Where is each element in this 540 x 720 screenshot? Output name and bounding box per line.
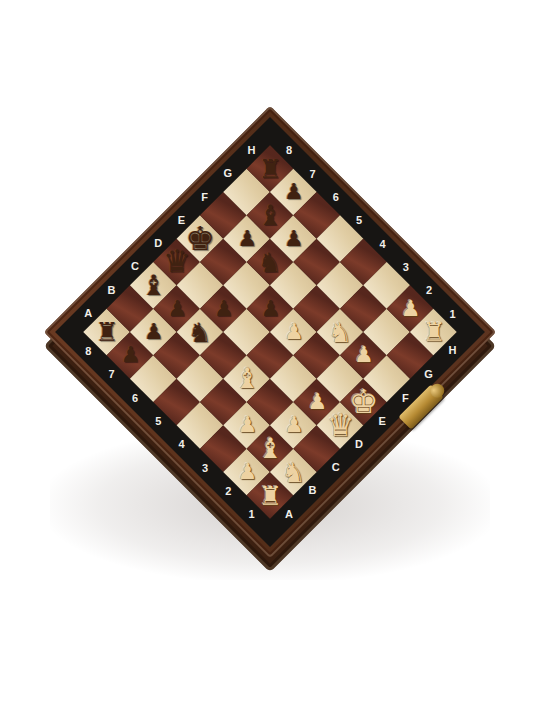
product-photo: ABCDEFGH8♜♝♛♚♜87♟♟♟♟♝♟76♞♟♞♟65♟54♝♟43♟♞3… — [0, 0, 540, 720]
dark-rook-h8: ♜ — [258, 156, 281, 182]
light-pawn-c2: ♟ — [283, 414, 303, 436]
light-pawn-h2: ♟ — [400, 298, 420, 320]
light-rook-a1: ♜ — [258, 482, 281, 508]
dark-pawn-a7: ♟ — [120, 344, 140, 366]
dark-king-e8: ♚ — [185, 222, 215, 255]
light-knight-f3: ♞ — [328, 319, 352, 346]
light-rook-h1: ♜ — [422, 319, 445, 345]
dark-bishop-g7: ♝ — [257, 201, 282, 229]
light-knight-b1: ♞ — [281, 459, 305, 486]
light-bishop-b2: ♝ — [257, 435, 282, 463]
dark-knight-f6: ♞ — [258, 248, 282, 275]
light-pawn-b3: ♟ — [237, 414, 257, 436]
light-pawn-e4: ♟ — [283, 321, 303, 343]
dark-pawn-e5: ♟ — [260, 298, 280, 320]
light-bishop-c4: ♝ — [234, 365, 259, 393]
dark-pawn-f7: ♟ — [237, 228, 257, 250]
dark-knight-c6: ♞ — [188, 319, 212, 346]
dark-pawn-h7: ♟ — [283, 181, 303, 203]
dark-pawn-c7: ♟ — [167, 298, 187, 320]
light-king-e1: ♚ — [349, 386, 379, 419]
light-pawn-d2: ♟ — [307, 391, 327, 413]
dark-pawn-d6: ♟ — [213, 298, 233, 320]
light-pawn-a2: ♟ — [237, 461, 257, 483]
dark-pawn-b7: ♟ — [143, 321, 163, 343]
light-pawn-f2: ♟ — [353, 344, 373, 366]
dark-pawn-g6: ♟ — [283, 228, 303, 250]
dark-rook-a8: ♜ — [95, 319, 118, 345]
